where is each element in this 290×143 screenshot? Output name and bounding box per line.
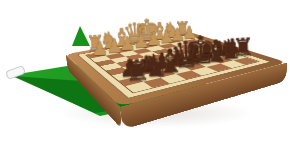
board-tilt-wrapper: ♜♞♝♛♚♝♞♜♟♟♟♟♟♟♟♟♟♟♟♟♟♟♟♟♜♞♝♛♚♝♞♜ bbox=[0, 0, 290, 143]
chess-board: ♜♞♝♛♚♝♞♜♟♟♟♟♟♟♟♟♟♟♟♟♟♟♟♟♜♞♝♛♚♝♞♜ bbox=[66, 32, 288, 107]
piece-black-rook: ♜ bbox=[124, 56, 151, 86]
product-photo-scene: ♜♞♝♛♚♝♞♜♟♟♟♟♟♟♟♟♟♟♟♟♟♟♟♟♜♞♝♛♚♝♞♜ bbox=[0, 0, 290, 143]
piece-white-pawn: ♟ bbox=[91, 38, 109, 58]
